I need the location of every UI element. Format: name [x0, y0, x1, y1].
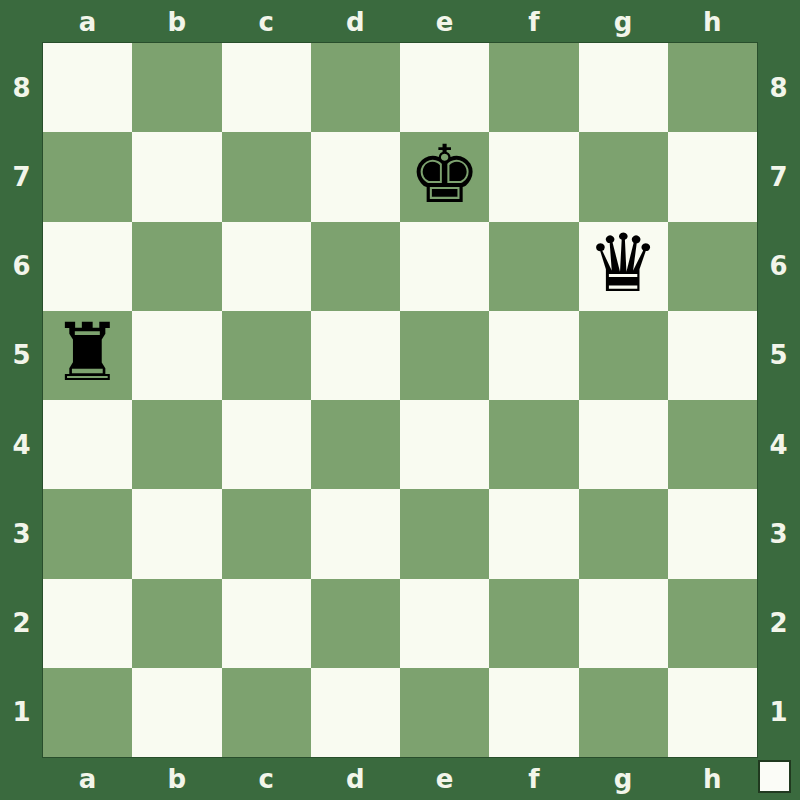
- coord-label-3: 3: [0, 489, 43, 578]
- square-b7[interactable]: [132, 132, 221, 221]
- coord-label-a: a: [43, 0, 132, 43]
- square-g3[interactable]: [579, 489, 668, 578]
- square-c4[interactable]: [222, 400, 311, 489]
- square-c5[interactable]: [222, 311, 311, 400]
- square-f8[interactable]: [489, 43, 578, 132]
- square-b2[interactable]: [132, 579, 221, 668]
- coord-label-4: 4: [0, 400, 43, 489]
- square-h1[interactable]: [668, 668, 757, 757]
- square-a7[interactable]: [43, 132, 132, 221]
- square-f2[interactable]: [489, 579, 578, 668]
- black-queen[interactable]: ♛: [587, 224, 659, 304]
- square-e4[interactable]: [400, 400, 489, 489]
- coord-label-g: g: [579, 0, 668, 43]
- coord-label-b: b: [132, 757, 221, 800]
- square-g7[interactable]: [579, 132, 668, 221]
- coord-label-e: e: [400, 0, 489, 43]
- coord-label-6: 6: [0, 222, 43, 311]
- square-c3[interactable]: [222, 489, 311, 578]
- coord-label-5: 5: [757, 311, 800, 400]
- square-e8[interactable]: [400, 43, 489, 132]
- coord-label-d: d: [311, 0, 400, 43]
- coord-label-3: 3: [757, 489, 800, 578]
- square-a1[interactable]: [43, 668, 132, 757]
- square-a6[interactable]: [43, 222, 132, 311]
- square-b8[interactable]: [132, 43, 221, 132]
- coord-label-8: 8: [757, 43, 800, 132]
- coord-label-c: c: [222, 0, 311, 43]
- square-h6[interactable]: [668, 222, 757, 311]
- coord-label-d: d: [311, 757, 400, 800]
- square-g1[interactable]: [579, 668, 668, 757]
- coord-label-4: 4: [757, 400, 800, 489]
- coord-label-1: 1: [757, 668, 800, 757]
- square-a8[interactable]: [43, 43, 132, 132]
- file-labels-bottom: abcdefgh: [43, 757, 757, 800]
- square-e2[interactable]: [400, 579, 489, 668]
- square-d5[interactable]: [311, 311, 400, 400]
- square-f3[interactable]: [489, 489, 578, 578]
- square-g6[interactable]: ♛: [579, 222, 668, 311]
- square-h5[interactable]: [668, 311, 757, 400]
- board-frame: abcdefgh abcdefgh 87654321 87654321 ♚♛♜: [0, 0, 800, 800]
- square-c7[interactable]: [222, 132, 311, 221]
- coord-label-f: f: [489, 0, 578, 43]
- rank-labels-right: 87654321: [757, 43, 800, 757]
- coord-label-g: g: [579, 757, 668, 800]
- square-h4[interactable]: [668, 400, 757, 489]
- square-e6[interactable]: [400, 222, 489, 311]
- square-a4[interactable]: [43, 400, 132, 489]
- square-b3[interactable]: [132, 489, 221, 578]
- square-h3[interactable]: [668, 489, 757, 578]
- square-d8[interactable]: [311, 43, 400, 132]
- square-g8[interactable]: [579, 43, 668, 132]
- coord-label-2: 2: [757, 579, 800, 668]
- coord-label-1: 1: [0, 668, 43, 757]
- square-e1[interactable]: [400, 668, 489, 757]
- chess-board: ♚♛♜: [43, 43, 757, 757]
- white-to-move-indicator: [758, 760, 791, 793]
- square-f4[interactable]: [489, 400, 578, 489]
- coord-label-7: 7: [0, 132, 43, 221]
- square-f5[interactable]: [489, 311, 578, 400]
- coord-label-5: 5: [0, 311, 43, 400]
- coord-label-b: b: [132, 0, 221, 43]
- square-e5[interactable]: [400, 311, 489, 400]
- coord-label-6: 6: [757, 222, 800, 311]
- square-h7[interactable]: [668, 132, 757, 221]
- square-d1[interactable]: [311, 668, 400, 757]
- coord-label-f: f: [489, 757, 578, 800]
- square-d2[interactable]: [311, 579, 400, 668]
- coord-label-7: 7: [757, 132, 800, 221]
- square-e3[interactable]: [400, 489, 489, 578]
- square-b4[interactable]: [132, 400, 221, 489]
- coord-label-8: 8: [0, 43, 43, 132]
- square-d7[interactable]: [311, 132, 400, 221]
- coord-label-h: h: [668, 0, 757, 43]
- square-b6[interactable]: [132, 222, 221, 311]
- coord-label-a: a: [43, 757, 132, 800]
- coord-label-e: e: [400, 757, 489, 800]
- coord-label-h: h: [668, 757, 757, 800]
- square-c1[interactable]: [222, 668, 311, 757]
- file-labels-top: abcdefgh: [43, 0, 757, 43]
- square-g4[interactable]: [579, 400, 668, 489]
- square-f6[interactable]: [489, 222, 578, 311]
- square-a3[interactable]: [43, 489, 132, 578]
- square-h8[interactable]: [668, 43, 757, 132]
- square-c8[interactable]: [222, 43, 311, 132]
- square-a5[interactable]: ♜: [43, 311, 132, 400]
- square-f7[interactable]: [489, 132, 578, 221]
- square-b1[interactable]: [132, 668, 221, 757]
- square-c6[interactable]: [222, 222, 311, 311]
- square-d6[interactable]: [311, 222, 400, 311]
- coord-label-c: c: [222, 757, 311, 800]
- square-g5[interactable]: [579, 311, 668, 400]
- square-d4[interactable]: [311, 400, 400, 489]
- square-h2[interactable]: [668, 579, 757, 668]
- black-king[interactable]: ♚: [409, 135, 481, 215]
- square-a2[interactable]: [43, 579, 132, 668]
- black-rook[interactable]: ♜: [52, 313, 124, 393]
- square-b5[interactable]: [132, 311, 221, 400]
- square-f1[interactable]: [489, 668, 578, 757]
- square-g2[interactable]: [579, 579, 668, 668]
- square-e7[interactable]: ♚: [400, 132, 489, 221]
- coord-label-2: 2: [0, 579, 43, 668]
- square-d3[interactable]: [311, 489, 400, 578]
- square-c2[interactable]: [222, 579, 311, 668]
- rank-labels-left: 87654321: [0, 43, 43, 757]
